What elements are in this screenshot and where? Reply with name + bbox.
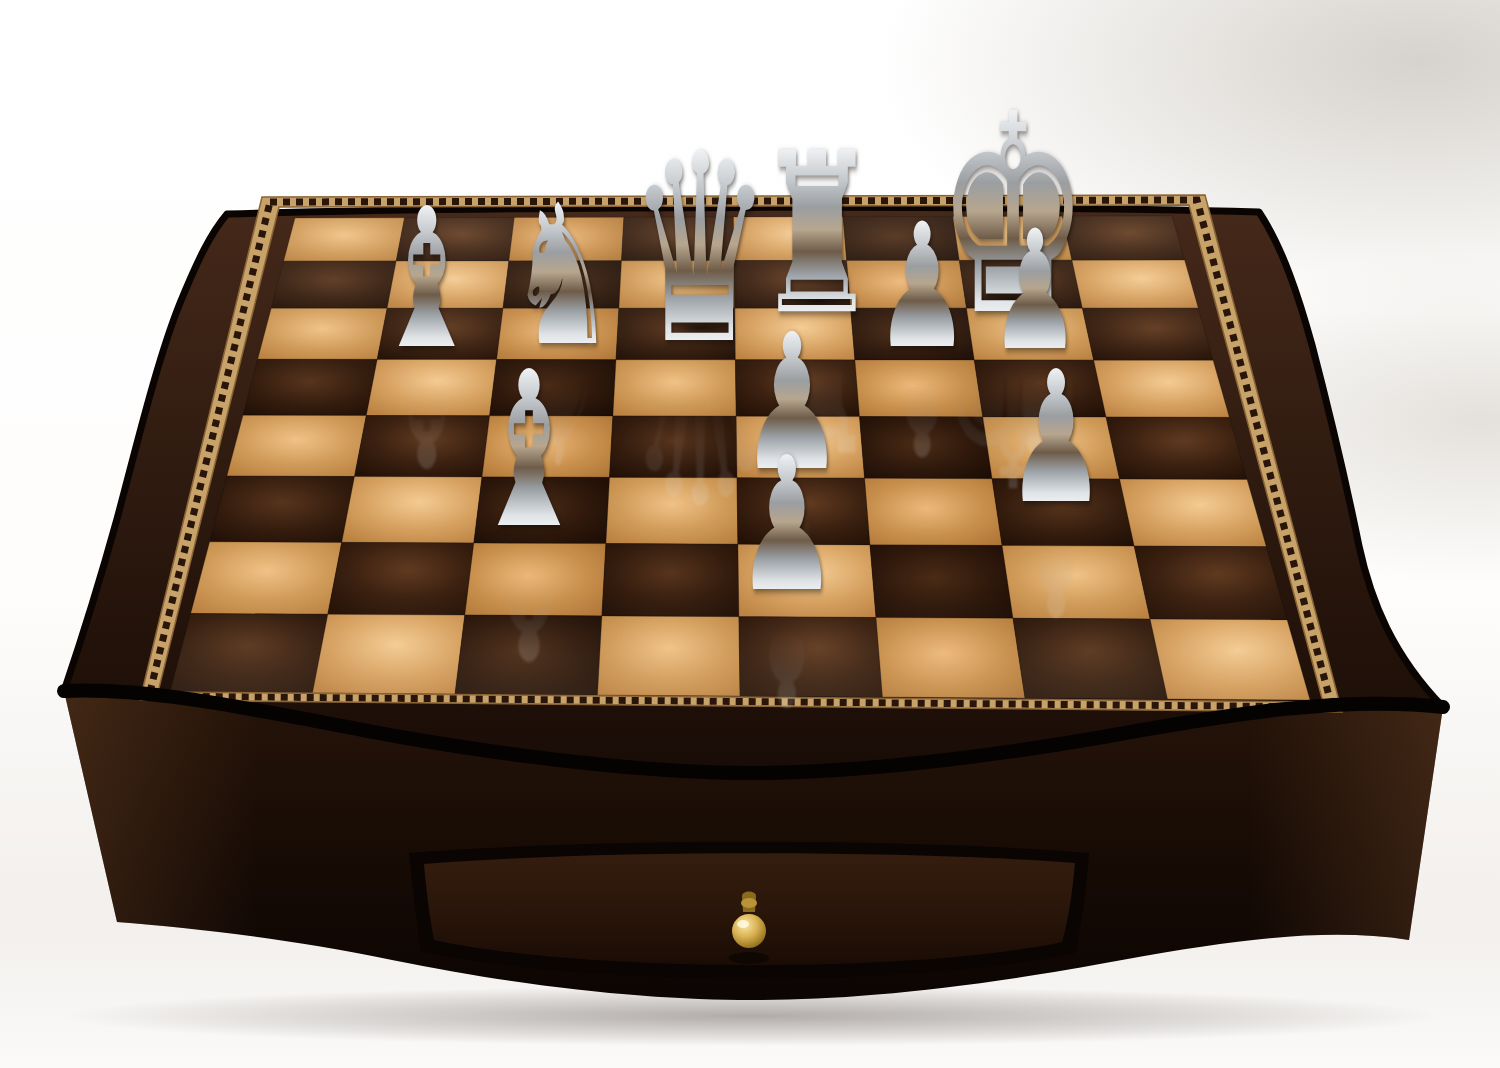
silver-pawn-g3[interactable]: ♟♟ (931, 347, 1181, 529)
chess-set-photo: ♚♚♜♜♛♛♞♞♝♝♟♟♟♟♟♟♟♟♝♝♟♟ (0, 0, 1500, 1068)
pawn-icon: ♟ (710, 433, 865, 618)
bishop-icon: ♝ (452, 343, 607, 558)
pawn-icon: ♟ (979, 347, 1134, 529)
silver-bishop-c3[interactable]: ♝♝ (404, 343, 654, 558)
silver-pawn-e2[interactable]: ♟♟ (662, 433, 912, 618)
pieces-layer: ♚♚♜♜♛♛♞♞♝♝♟♟♟♟♟♟♟♟♝♝♟♟ (0, 0, 1500, 1068)
